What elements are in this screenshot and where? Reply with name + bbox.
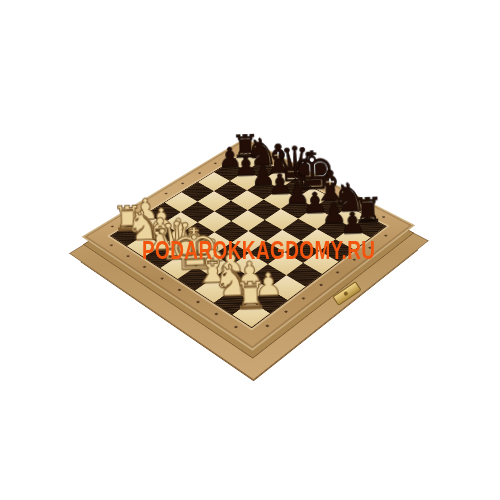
frame-inlay-dot (265, 324, 270, 327)
frame-inlay-dot (197, 172, 201, 174)
square-h1: ♜ (232, 301, 270, 327)
piece-bp-h7: ♟ (319, 208, 385, 240)
watermark: PODAROKKAGDOMY.RU (142, 236, 375, 265)
frame-inlay-dot (181, 182, 185, 184)
frame-inlay-dot (319, 284, 324, 287)
frame-inlay-dot (233, 325, 238, 328)
piece-wr-h1: ♜ (215, 275, 286, 315)
frame-inlay-dot (336, 271, 340, 274)
